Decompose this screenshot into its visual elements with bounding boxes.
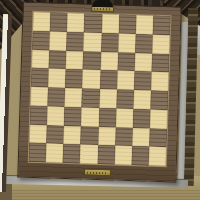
- ribbon-pull-handle: [92, 0, 113, 7]
- board-grid: [28, 11, 172, 167]
- square-a6[interactable]: [32, 49, 50, 68]
- plaque-engraving-top: [94, 8, 111, 11]
- square-b7[interactable]: [49, 31, 67, 50]
- square-f5[interactable]: [117, 71, 135, 90]
- square-f3[interactable]: [116, 108, 134, 127]
- brass-plaque-bottom: [83, 169, 110, 177]
- square-g4[interactable]: [133, 90, 151, 109]
- square-g7[interactable]: [135, 34, 153, 53]
- square-c2[interactable]: [64, 125, 82, 144]
- square-c8[interactable]: [67, 13, 85, 32]
- square-b5[interactable]: [48, 69, 66, 88]
- square-f7[interactable]: [118, 33, 136, 52]
- square-h3[interactable]: [150, 109, 168, 128]
- square-d6[interactable]: [83, 51, 101, 70]
- square-c1[interactable]: [63, 144, 81, 163]
- square-d3[interactable]: [81, 107, 99, 126]
- square-c4[interactable]: [65, 88, 83, 107]
- square-f4[interactable]: [116, 90, 134, 109]
- square-a4[interactable]: [31, 87, 49, 106]
- square-a8[interactable]: [33, 12, 51, 31]
- square-a7[interactable]: [32, 31, 50, 50]
- square-g1[interactable]: [131, 146, 149, 165]
- square-e4[interactable]: [99, 89, 117, 108]
- square-g2[interactable]: [132, 128, 150, 147]
- plaque-engraving-bottom: [87, 171, 107, 174]
- square-f1[interactable]: [114, 146, 132, 165]
- square-h7[interactable]: [152, 34, 170, 53]
- square-e2[interactable]: [98, 126, 116, 145]
- square-h6[interactable]: [152, 53, 170, 72]
- square-b3[interactable]: [47, 106, 65, 125]
- square-e3[interactable]: [98, 108, 116, 127]
- square-b1[interactable]: [46, 144, 64, 163]
- square-g8[interactable]: [136, 15, 154, 34]
- chess-board-in-box-photo: [0, 0, 200, 200]
- square-d1[interactable]: [80, 145, 98, 164]
- square-e6[interactable]: [100, 52, 118, 71]
- square-c3[interactable]: [64, 107, 82, 126]
- square-a2[interactable]: [29, 124, 47, 143]
- square-g6[interactable]: [134, 53, 152, 72]
- square-h8[interactable]: [153, 16, 171, 35]
- square-b2[interactable]: [46, 125, 64, 144]
- square-a1[interactable]: [29, 143, 47, 162]
- square-h4[interactable]: [150, 91, 168, 110]
- square-c7[interactable]: [67, 32, 85, 51]
- box-left-inner-edge: [0, 14, 12, 192]
- square-d4[interactable]: [82, 88, 100, 107]
- square-h5[interactable]: [151, 72, 169, 91]
- square-f8[interactable]: [118, 15, 136, 34]
- square-a5[interactable]: [31, 68, 49, 87]
- square-h2[interactable]: [149, 128, 167, 147]
- square-d8[interactable]: [84, 14, 102, 33]
- square-f2[interactable]: [115, 127, 133, 146]
- square-g3[interactable]: [133, 109, 151, 128]
- square-e7[interactable]: [101, 33, 119, 52]
- square-e1[interactable]: [97, 145, 115, 164]
- square-g5[interactable]: [134, 71, 152, 90]
- square-b4[interactable]: [48, 87, 66, 106]
- chess-board: [17, 2, 181, 183]
- square-e8[interactable]: [101, 14, 119, 33]
- square-c6[interactable]: [66, 50, 84, 69]
- square-b8[interactable]: [50, 12, 68, 31]
- square-b6[interactable]: [49, 50, 67, 69]
- square-h1[interactable]: [149, 147, 167, 166]
- square-d2[interactable]: [81, 126, 99, 145]
- square-e5[interactable]: [100, 70, 118, 89]
- box-front-edge: [0, 190, 200, 200]
- square-d5[interactable]: [82, 70, 100, 89]
- square-c5[interactable]: [65, 69, 83, 88]
- square-d7[interactable]: [84, 32, 102, 51]
- square-f6[interactable]: [117, 52, 135, 71]
- square-a3[interactable]: [30, 106, 48, 125]
